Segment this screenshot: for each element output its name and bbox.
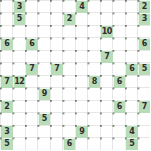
empty-cell-r3c10[interactable]	[125, 38, 138, 51]
empty-cell-r9c2[interactable]	[25, 113, 38, 126]
empty-cell-r5c5[interactable]	[63, 63, 76, 76]
empty-cell-r8c5[interactable]	[63, 100, 76, 113]
empty-cell-r5c8[interactable]	[100, 63, 113, 76]
empty-cell-r11c1[interactable]	[13, 138, 26, 151]
empty-cell-r2c2[interactable]	[25, 25, 38, 38]
empty-cell-r11c3[interactable]	[38, 138, 51, 151]
clue-cell-r8c11: 7	[138, 100, 151, 113]
clue-cell-r0c1: 3	[13, 0, 26, 13]
empty-cell-r3c4[interactable]	[50, 38, 63, 51]
empty-cell-r10c1[interactable]	[13, 125, 26, 138]
empty-cell-r1c3[interactable]	[38, 13, 51, 26]
empty-cell-r4c11[interactable]	[138, 50, 151, 63]
empty-cell-r2c9[interactable]	[113, 25, 126, 38]
clue-cell-r2c8: 10	[100, 25, 113, 38]
clue-cell-r5c2: 7	[25, 63, 38, 76]
empty-cell-r9c4[interactable]	[50, 113, 63, 126]
clue-cell-r3c2: 6	[25, 38, 38, 51]
empty-cell-r0c5[interactable]	[63, 0, 76, 13]
empty-cell-r11c9[interactable]	[113, 138, 126, 151]
empty-cell-r7c2[interactable]	[25, 88, 38, 101]
empty-cell-r8c6[interactable]	[75, 100, 88, 113]
empty-cell-r7c5[interactable]	[63, 88, 76, 101]
empty-cell-r2c5[interactable]	[63, 25, 76, 38]
empty-cell-r8c3[interactable]	[38, 100, 51, 113]
clue-cell-r1c1: 5	[13, 13, 26, 26]
empty-cell-r7c0[interactable]	[0, 88, 13, 101]
clue-cell-r10c6: 9	[75, 125, 88, 138]
empty-cell-r0c2[interactable]	[25, 0, 38, 13]
empty-cell-r5c7[interactable]	[88, 63, 101, 76]
empty-cell-r0c0[interactable]	[0, 0, 13, 13]
empty-cell-r1c10[interactable]	[125, 13, 138, 26]
empty-cell-r1c4[interactable]	[50, 13, 63, 26]
empty-cell-r10c11[interactable]	[138, 125, 151, 138]
clue-cell-r9c3: 5	[38, 113, 51, 126]
empty-cell-r4c9[interactable]	[113, 50, 126, 63]
empty-cell-r4c10[interactable]	[125, 50, 138, 63]
empty-cell-r6c4[interactable]	[50, 75, 63, 88]
empty-cell-r7c10[interactable]	[125, 88, 138, 101]
empty-cell-r10c9[interactable]	[113, 125, 126, 138]
empty-cell-r1c6[interactable]	[75, 13, 88, 26]
empty-cell-r10c4[interactable]	[50, 125, 63, 138]
empty-cell-r7c8[interactable]	[100, 88, 113, 101]
empty-cell-r9c9[interactable]	[113, 113, 126, 126]
empty-cell-r9c0[interactable]	[0, 113, 13, 126]
empty-cell-r2c7[interactable]	[88, 25, 101, 38]
clue-cell-r4c8: 7	[100, 50, 113, 63]
empty-cell-r5c6[interactable]	[75, 63, 88, 76]
clue-cell-r11c5: 6	[63, 138, 76, 151]
clue-cell-r8c9: 6	[113, 100, 126, 113]
empty-cell-r9c10[interactable]	[125, 113, 138, 126]
empty-cell-r7c4[interactable]	[50, 88, 63, 101]
empty-cell-r8c8[interactable]	[100, 100, 113, 113]
clue-cell-r7c3: 9	[38, 88, 51, 101]
clue-cell-r8c0: 2	[0, 100, 13, 113]
clue-cell-r0c6: 4	[75, 0, 88, 13]
empty-cell-r7c7[interactable]	[88, 88, 101, 101]
empty-cell-r10c8[interactable]	[100, 125, 113, 138]
empty-cell-r4c4[interactable]	[50, 50, 63, 63]
empty-cell-r0c3[interactable]	[38, 0, 51, 13]
empty-cell-r4c5[interactable]	[63, 50, 76, 63]
empty-cell-r2c0[interactable]	[0, 25, 13, 38]
empty-cell-r4c6[interactable]	[75, 50, 88, 63]
empty-cell-r7c11[interactable]	[138, 88, 151, 101]
empty-cell-r6c2[interactable]	[25, 75, 38, 88]
empty-cell-r0c8[interactable]	[100, 0, 113, 13]
empty-cell-r6c8[interactable]	[100, 75, 113, 88]
empty-cell-r2c11[interactable]	[138, 25, 151, 38]
clue-cell-r10c10: 4	[125, 125, 138, 138]
clue-cell-r1c5: 2	[63, 13, 76, 26]
empty-cell-r2c4[interactable]	[50, 25, 63, 38]
empty-cell-r2c1[interactable]	[13, 25, 26, 38]
empty-cell-r6c11[interactable]	[138, 75, 151, 88]
empty-cell-r11c7[interactable]	[88, 138, 101, 151]
empty-cell-r3c9[interactable]	[113, 38, 126, 51]
empty-cell-r4c1[interactable]	[13, 50, 26, 63]
empty-cell-r5c9[interactable]	[113, 63, 126, 76]
clue-cell-r1c11: 3	[138, 13, 151, 26]
empty-cell-r8c2[interactable]	[25, 100, 38, 113]
empty-cell-r6c3[interactable]	[38, 75, 51, 88]
empty-cell-r11c8[interactable]	[100, 138, 113, 151]
empty-cell-r8c4[interactable]	[50, 100, 63, 113]
empty-cell-r11c4[interactable]	[50, 138, 63, 151]
empty-cell-r5c1[interactable]	[13, 63, 26, 76]
puzzle-board: 34252310666777657128692675394565	[0, 0, 150, 150]
empty-cell-r10c2[interactable]	[25, 125, 38, 138]
clue-cell-r6c7: 8	[88, 75, 101, 88]
clue-cell-r5c11: 5	[138, 63, 151, 76]
empty-cell-r9c8[interactable]	[100, 113, 113, 126]
empty-cell-r7c6[interactable]	[75, 88, 88, 101]
clue-cell-r6c1: 12	[13, 75, 26, 88]
empty-cell-r2c10[interactable]	[125, 25, 138, 38]
empty-cell-r2c3[interactable]	[38, 25, 51, 38]
empty-cell-r0c9[interactable]	[113, 0, 126, 13]
empty-cell-r11c6[interactable]	[75, 138, 88, 151]
empty-cell-r1c9[interactable]	[113, 13, 126, 26]
empty-cell-r4c2[interactable]	[25, 50, 38, 63]
empty-cell-r3c8[interactable]	[100, 38, 113, 51]
clue-cell-r6c9: 6	[113, 75, 126, 88]
empty-cell-r8c10[interactable]	[125, 100, 138, 113]
empty-cell-r6c6[interactable]	[75, 75, 88, 88]
clue-cell-r5c4: 7	[50, 63, 63, 76]
empty-cell-r9c5[interactable]	[63, 113, 76, 126]
empty-cell-r11c2[interactable]	[25, 138, 38, 151]
empty-cell-r9c11[interactable]	[138, 113, 151, 126]
empty-cell-r3c6[interactable]	[75, 38, 88, 51]
clue-cell-r11c10: 5	[125, 138, 138, 151]
empty-cell-r11c11[interactable]	[138, 138, 151, 151]
empty-cell-r3c1[interactable]	[13, 38, 26, 51]
empty-cell-r8c7[interactable]	[88, 100, 101, 113]
empty-cell-r10c3[interactable]	[38, 125, 51, 138]
empty-cell-r4c7[interactable]	[88, 50, 101, 63]
empty-cell-r3c3[interactable]	[38, 38, 51, 51]
empty-cell-r9c1[interactable]	[13, 113, 26, 126]
empty-cell-r9c6[interactable]	[75, 113, 88, 126]
empty-cell-r3c7[interactable]	[88, 38, 101, 51]
empty-cell-r0c10[interactable]	[125, 0, 138, 13]
empty-cell-r1c7[interactable]	[88, 13, 101, 26]
empty-cell-r1c0[interactable]	[0, 13, 13, 26]
clue-cell-r3c11: 6	[138, 38, 151, 51]
empty-cell-r1c2[interactable]	[25, 13, 38, 26]
cell-grid: 34252310666777657128692675394565	[0, 0, 150, 150]
empty-cell-r10c7[interactable]	[88, 125, 101, 138]
clue-cell-r10c0: 3	[0, 125, 13, 138]
clue-cell-r11c0: 5	[0, 138, 13, 151]
empty-cell-r7c9[interactable]	[113, 88, 126, 101]
empty-cell-r5c3[interactable]	[38, 63, 51, 76]
empty-cell-r7c1[interactable]	[13, 88, 26, 101]
empty-cell-r9c7[interactable]	[88, 113, 101, 126]
clue-cell-r5c10: 6	[125, 63, 138, 76]
empty-cell-r0c4[interactable]	[50, 0, 63, 13]
empty-cell-r4c0[interactable]	[0, 50, 13, 63]
empty-cell-r1c8[interactable]	[100, 13, 113, 26]
empty-cell-r10c5[interactable]	[63, 125, 76, 138]
empty-cell-r6c5[interactable]	[63, 75, 76, 88]
empty-cell-r0c7[interactable]	[88, 0, 101, 13]
empty-cell-r6c10[interactable]	[125, 75, 138, 88]
clue-cell-r0c11: 2	[138, 0, 151, 13]
empty-cell-r2c6[interactable]	[75, 25, 88, 38]
clue-cell-r6c0: 7	[0, 75, 13, 88]
empty-cell-r8c1[interactable]	[13, 100, 26, 113]
empty-cell-r4c3[interactable]	[38, 50, 51, 63]
clue-cell-r3c0: 6	[0, 38, 13, 51]
empty-cell-r3c5[interactable]	[63, 38, 76, 51]
empty-cell-r5c0[interactable]	[0, 63, 13, 76]
